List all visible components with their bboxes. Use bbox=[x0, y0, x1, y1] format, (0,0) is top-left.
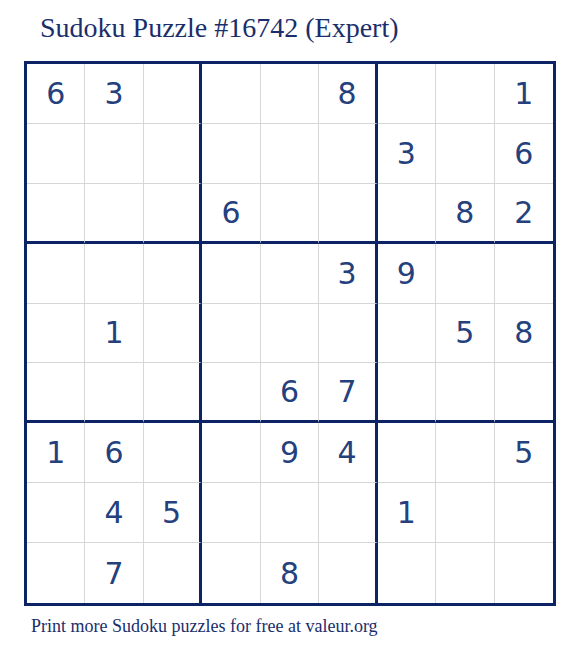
sudoku-cell-r1c9[interactable]: 1 bbox=[495, 64, 553, 124]
sudoku-cell-r5c8[interactable]: 5 bbox=[436, 304, 494, 364]
sudoku-cell-r8c4[interactable] bbox=[202, 483, 260, 543]
sudoku-cell-r8c5[interactable] bbox=[261, 483, 319, 543]
sudoku-cell-r9c1[interactable] bbox=[27, 543, 85, 603]
sudoku-cell-r7c1[interactable]: 1 bbox=[27, 423, 85, 483]
sudoku-cell-r2c9[interactable]: 6 bbox=[495, 124, 553, 184]
sudoku-cell-r9c4[interactable] bbox=[202, 543, 260, 603]
sudoku-cell-r5c3[interactable] bbox=[144, 304, 202, 364]
sudoku-cell-r5c2[interactable]: 1 bbox=[85, 304, 143, 364]
sudoku-cell-r1c2[interactable]: 3 bbox=[85, 64, 143, 124]
sudoku-cell-r3c5[interactable] bbox=[261, 184, 319, 244]
sudoku-cell-r6c6[interactable]: 7 bbox=[319, 363, 377, 423]
sudoku-cell-r8c7[interactable]: 1 bbox=[378, 483, 436, 543]
sudoku-cell-r7c2[interactable]: 6 bbox=[85, 423, 143, 483]
sudoku-cell-r3c7[interactable] bbox=[378, 184, 436, 244]
sudoku-cell-r3c9[interactable]: 2 bbox=[495, 184, 553, 244]
sudoku-cell-r7c8[interactable] bbox=[436, 423, 494, 483]
sudoku-cell-r9c7[interactable] bbox=[378, 543, 436, 603]
sudoku-cell-r4c4[interactable] bbox=[202, 244, 260, 304]
sudoku-cell-r7c4[interactable] bbox=[202, 423, 260, 483]
sudoku-cell-r8c9[interactable] bbox=[495, 483, 553, 543]
sudoku-cell-r1c4[interactable] bbox=[202, 64, 260, 124]
sudoku-cell-r2c8[interactable] bbox=[436, 124, 494, 184]
sudoku-cell-r6c5[interactable]: 6 bbox=[261, 363, 319, 423]
sudoku-cell-r1c1[interactable]: 6 bbox=[27, 64, 85, 124]
sudoku-cell-r4c6[interactable]: 3 bbox=[319, 244, 377, 304]
sudoku-cell-r4c2[interactable] bbox=[85, 244, 143, 304]
sudoku-cell-r3c4[interactable]: 6 bbox=[202, 184, 260, 244]
sudoku-print-page: Sudoku Puzzle #16742 (Expert) 6381366823… bbox=[0, 0, 580, 651]
sudoku-cell-r7c5[interactable]: 9 bbox=[261, 423, 319, 483]
sudoku-cell-r4c5[interactable] bbox=[261, 244, 319, 304]
sudoku-cell-r6c9[interactable] bbox=[495, 363, 553, 423]
sudoku-cell-r2c1[interactable] bbox=[27, 124, 85, 184]
sudoku-cell-r8c3[interactable]: 5 bbox=[144, 483, 202, 543]
sudoku-cell-r8c6[interactable] bbox=[319, 483, 377, 543]
sudoku-cell-r1c5[interactable] bbox=[261, 64, 319, 124]
sudoku-cell-r3c3[interactable] bbox=[144, 184, 202, 244]
sudoku-cell-r9c5[interactable]: 8 bbox=[261, 543, 319, 603]
sudoku-cell-r4c9[interactable] bbox=[495, 244, 553, 304]
sudoku-cell-r6c3[interactable] bbox=[144, 363, 202, 423]
sudoku-cell-r5c4[interactable] bbox=[202, 304, 260, 364]
sudoku-cell-r3c2[interactable] bbox=[85, 184, 143, 244]
sudoku-cell-r1c6[interactable]: 8 bbox=[319, 64, 377, 124]
sudoku-cell-r5c1[interactable] bbox=[27, 304, 85, 364]
sudoku-cell-r7c7[interactable] bbox=[378, 423, 436, 483]
sudoku-cell-r9c9[interactable] bbox=[495, 543, 553, 603]
sudoku-cell-r1c3[interactable] bbox=[144, 64, 202, 124]
sudoku-cell-r5c5[interactable] bbox=[261, 304, 319, 364]
sudoku-board: 63813668239158671694545178 bbox=[24, 61, 556, 606]
sudoku-cell-r6c2[interactable] bbox=[85, 363, 143, 423]
sudoku-cell-r5c7[interactable] bbox=[378, 304, 436, 364]
sudoku-cell-r1c8[interactable] bbox=[436, 64, 494, 124]
sudoku-cell-r2c4[interactable] bbox=[202, 124, 260, 184]
sudoku-cell-r6c1[interactable] bbox=[27, 363, 85, 423]
sudoku-cell-r8c1[interactable] bbox=[27, 483, 85, 543]
sudoku-cell-r9c3[interactable] bbox=[144, 543, 202, 603]
sudoku-cell-r2c2[interactable] bbox=[85, 124, 143, 184]
footer-text: Print more Sudoku puzzles for free at va… bbox=[31, 616, 378, 637]
sudoku-cell-r4c8[interactable] bbox=[436, 244, 494, 304]
sudoku-cell-r6c7[interactable] bbox=[378, 363, 436, 423]
sudoku-cell-r4c1[interactable] bbox=[27, 244, 85, 304]
sudoku-cell-r5c6[interactable] bbox=[319, 304, 377, 364]
sudoku-cell-r2c5[interactable] bbox=[261, 124, 319, 184]
sudoku-cell-r2c3[interactable] bbox=[144, 124, 202, 184]
sudoku-cell-r7c6[interactable]: 4 bbox=[319, 423, 377, 483]
sudoku-cell-r4c3[interactable] bbox=[144, 244, 202, 304]
sudoku-cell-r9c8[interactable] bbox=[436, 543, 494, 603]
sudoku-cell-r6c4[interactable] bbox=[202, 363, 260, 423]
sudoku-cell-r8c2[interactable]: 4 bbox=[85, 483, 143, 543]
sudoku-cell-r6c8[interactable] bbox=[436, 363, 494, 423]
sudoku-cell-r8c8[interactable] bbox=[436, 483, 494, 543]
sudoku-cell-r9c2[interactable]: 7 bbox=[85, 543, 143, 603]
sudoku-cell-r7c3[interactable] bbox=[144, 423, 202, 483]
sudoku-cell-r9c6[interactable] bbox=[319, 543, 377, 603]
page-title: Sudoku Puzzle #16742 (Expert) bbox=[40, 12, 399, 44]
sudoku-cell-r3c8[interactable]: 8 bbox=[436, 184, 494, 244]
sudoku-cell-r3c1[interactable] bbox=[27, 184, 85, 244]
sudoku-cell-r7c9[interactable]: 5 bbox=[495, 423, 553, 483]
sudoku-cell-r2c7[interactable]: 3 bbox=[378, 124, 436, 184]
sudoku-cell-r2c6[interactable] bbox=[319, 124, 377, 184]
sudoku-cell-r5c9[interactable]: 8 bbox=[495, 304, 553, 364]
sudoku-cell-r4c7[interactable]: 9 bbox=[378, 244, 436, 304]
sudoku-cell-r3c6[interactable] bbox=[319, 184, 377, 244]
sudoku-cell-r1c7[interactable] bbox=[378, 64, 436, 124]
